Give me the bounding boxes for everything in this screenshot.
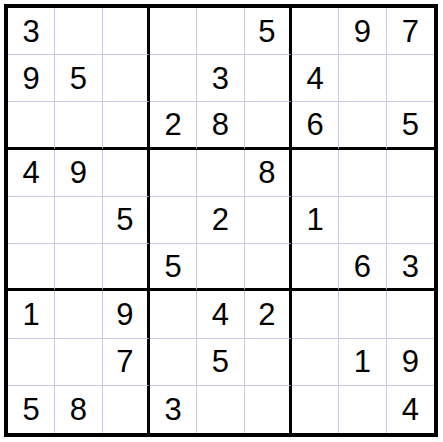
cell-r4c4[interactable] — [150, 150, 197, 197]
cell-r6c4[interactable]: 5 — [150, 244, 197, 291]
cell-r4c9[interactable] — [387, 150, 434, 197]
cell-r6c2[interactable] — [55, 244, 102, 291]
cell-r1c2[interactable] — [55, 8, 102, 55]
cell-r6c5[interactable] — [197, 244, 244, 291]
cell-r2c9[interactable] — [387, 55, 434, 102]
cell-r9c5[interactable] — [197, 386, 244, 433]
cell-r3c2[interactable] — [55, 102, 102, 149]
cell-r1c5[interactable] — [197, 8, 244, 55]
cell-r1c9[interactable]: 7 — [387, 8, 434, 55]
cell-r3c1[interactable] — [8, 102, 55, 149]
cell-r7c1[interactable]: 1 — [8, 291, 55, 338]
cell-r8c6[interactable] — [245, 339, 292, 386]
cell-r3c6[interactable] — [245, 102, 292, 149]
cell-r4c5[interactable] — [197, 150, 244, 197]
cell-r2c1[interactable]: 9 — [8, 55, 55, 102]
cell-r9c4[interactable]: 3 — [150, 386, 197, 433]
cell-r6c1[interactable] — [8, 244, 55, 291]
cell-r1c1[interactable]: 3 — [8, 8, 55, 55]
cell-r4c7[interactable] — [292, 150, 339, 197]
sudoku-board: 359795342865498521563194275195834 — [4, 4, 438, 437]
cell-r1c8[interactable]: 9 — [339, 8, 386, 55]
cell-r8c5[interactable]: 5 — [197, 339, 244, 386]
cell-r3c7[interactable]: 6 — [292, 102, 339, 149]
cell-r5c6[interactable] — [245, 197, 292, 244]
cell-r8c2[interactable] — [55, 339, 102, 386]
cell-r1c3[interactable] — [103, 8, 150, 55]
cell-r3c8[interactable] — [339, 102, 386, 149]
cell-r1c4[interactable] — [150, 8, 197, 55]
cell-r5c5[interactable]: 2 — [197, 197, 244, 244]
cell-r8c9[interactable]: 9 — [387, 339, 434, 386]
cell-r3c9[interactable]: 5 — [387, 102, 434, 149]
cell-r2c7[interactable]: 4 — [292, 55, 339, 102]
cell-r7c2[interactable] — [55, 291, 102, 338]
cell-r1c6[interactable]: 5 — [245, 8, 292, 55]
cell-r9c8[interactable] — [339, 386, 386, 433]
cell-r8c8[interactable]: 1 — [339, 339, 386, 386]
cell-r4c2[interactable]: 9 — [55, 150, 102, 197]
cell-r7c6[interactable]: 2 — [245, 291, 292, 338]
cell-r2c2[interactable]: 5 — [55, 55, 102, 102]
cell-r7c8[interactable] — [339, 291, 386, 338]
cell-r8c7[interactable] — [292, 339, 339, 386]
cell-r6c9[interactable]: 3 — [387, 244, 434, 291]
cell-r5c4[interactable] — [150, 197, 197, 244]
cell-r9c1[interactable]: 5 — [8, 386, 55, 433]
cell-r3c5[interactable]: 8 — [197, 102, 244, 149]
cell-r6c6[interactable] — [245, 244, 292, 291]
cell-r9c9[interactable]: 4 — [387, 386, 434, 433]
cell-r5c8[interactable] — [339, 197, 386, 244]
cell-r8c1[interactable] — [8, 339, 55, 386]
cell-r9c7[interactable] — [292, 386, 339, 433]
cell-r1c7[interactable] — [292, 8, 339, 55]
cell-r5c3[interactable]: 5 — [103, 197, 150, 244]
cell-r7c7[interactable] — [292, 291, 339, 338]
cell-r5c2[interactable] — [55, 197, 102, 244]
cell-r7c5[interactable]: 4 — [197, 291, 244, 338]
cell-r5c9[interactable] — [387, 197, 434, 244]
cell-r9c6[interactable] — [245, 386, 292, 433]
cell-r5c1[interactable] — [8, 197, 55, 244]
cell-r4c6[interactable]: 8 — [245, 150, 292, 197]
cell-r4c3[interactable] — [103, 150, 150, 197]
cell-r2c4[interactable] — [150, 55, 197, 102]
cell-r4c1[interactable]: 4 — [8, 150, 55, 197]
sudoku-page: 359795342865498521563194275195834 — [0, 0, 443, 442]
cell-r6c3[interactable] — [103, 244, 150, 291]
cell-r8c3[interactable]: 7 — [103, 339, 150, 386]
cell-r4c8[interactable] — [339, 150, 386, 197]
cell-r9c2[interactable]: 8 — [55, 386, 102, 433]
cell-r6c8[interactable]: 6 — [339, 244, 386, 291]
cell-r7c4[interactable] — [150, 291, 197, 338]
cell-r2c6[interactable] — [245, 55, 292, 102]
cell-r7c9[interactable] — [387, 291, 434, 338]
cell-r5c7[interactable]: 1 — [292, 197, 339, 244]
cell-r6c7[interactable] — [292, 244, 339, 291]
cell-r7c3[interactable]: 9 — [103, 291, 150, 338]
cell-r9c3[interactable] — [103, 386, 150, 433]
cell-r3c4[interactable]: 2 — [150, 102, 197, 149]
cell-r2c3[interactable] — [103, 55, 150, 102]
cell-r2c5[interactable]: 3 — [197, 55, 244, 102]
cell-r3c3[interactable] — [103, 102, 150, 149]
cell-r8c4[interactable] — [150, 339, 197, 386]
cell-r2c8[interactable] — [339, 55, 386, 102]
